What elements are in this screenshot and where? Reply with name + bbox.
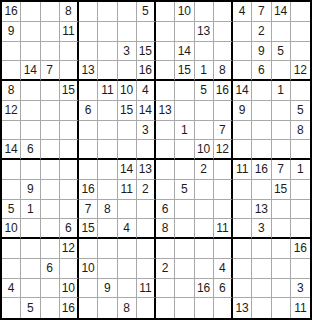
sudoku-cell-given[interactable]: 5 (291, 101, 310, 121)
sudoku-cell-empty[interactable] (21, 259, 40, 279)
sudoku-cell-empty[interactable] (233, 219, 252, 239)
sudoku-cell-given[interactable]: 1 (195, 61, 214, 81)
sudoku-cell-given[interactable]: 2 (137, 180, 156, 200)
sudoku-cell-empty[interactable] (233, 140, 252, 160)
sudoku-cell-given[interactable]: 3 (137, 121, 156, 141)
sudoku-cell-given[interactable]: 16 (137, 61, 156, 81)
sudoku-cell-empty[interactable] (98, 219, 117, 239)
sudoku-cell-empty[interactable] (272, 279, 291, 299)
sudoku-cell-given[interactable]: 14 (118, 160, 137, 180)
sudoku-cell-empty[interactable] (156, 180, 175, 200)
sudoku-cell-empty[interactable] (137, 200, 156, 220)
sudoku-cell-empty[interactable] (21, 42, 40, 62)
sudoku-cell-empty[interactable] (156, 140, 175, 160)
sudoku-cell-empty[interactable] (118, 259, 137, 279)
sudoku-cell-empty[interactable] (195, 298, 214, 318)
sudoku-cell-given[interactable]: 4 (233, 2, 252, 22)
sudoku-cell-given[interactable]: 16 (195, 279, 214, 299)
sudoku-cell-empty[interactable] (252, 121, 271, 141)
sudoku-cell-empty[interactable] (79, 239, 98, 259)
sudoku-cell-empty[interactable] (98, 140, 117, 160)
sudoku-cell-empty[interactable] (41, 239, 60, 259)
sudoku-cell-empty[interactable] (175, 219, 194, 239)
sudoku-cell-given[interactable]: 9 (98, 279, 117, 299)
sudoku-cell-empty[interactable] (118, 200, 137, 220)
sudoku-cell-empty[interactable] (214, 101, 233, 121)
sudoku-cell-empty[interactable] (98, 61, 117, 81)
sudoku-cell-given[interactable]: 6 (21, 140, 40, 160)
sudoku-cell-empty[interactable] (21, 121, 40, 141)
sudoku-cell-empty[interactable] (60, 180, 79, 200)
sudoku-cell-empty[interactable] (98, 298, 117, 318)
sudoku-cell-given[interactable]: 3 (118, 42, 137, 62)
sudoku-cell-empty[interactable] (195, 259, 214, 279)
sudoku-cell-empty[interactable] (79, 140, 98, 160)
sudoku-cell-given[interactable]: 6 (252, 61, 271, 81)
sudoku-cell-given[interactable]: 8 (156, 219, 175, 239)
sudoku-cell-empty[interactable] (214, 22, 233, 42)
sudoku-cell-given[interactable]: 11 (118, 180, 137, 200)
sudoku-cell-empty[interactable] (214, 298, 233, 318)
sudoku-cell-given[interactable]: 16 (252, 160, 271, 180)
sudoku-cell-given[interactable]: 8 (2, 81, 21, 101)
sudoku-cell-empty[interactable] (195, 121, 214, 141)
sudoku-cell-given[interactable]: 9 (2, 22, 21, 42)
sudoku-cell-given[interactable]: 10 (2, 219, 21, 239)
sudoku-cell-empty[interactable] (195, 219, 214, 239)
sudoku-cell-given[interactable]: 11 (98, 81, 117, 101)
sudoku-cell-empty[interactable] (252, 279, 271, 299)
sudoku-cell-empty[interactable] (175, 22, 194, 42)
sudoku-cell-empty[interactable] (252, 81, 271, 101)
sudoku-cell-given[interactable]: 16 (79, 180, 98, 200)
sudoku-cell-given[interactable]: 8 (118, 298, 137, 318)
sudoku-cell-empty[interactable] (291, 22, 310, 42)
sudoku-cell-empty[interactable] (175, 81, 194, 101)
sudoku-cell-given[interactable]: 10 (60, 279, 79, 299)
sudoku-cell-empty[interactable] (156, 22, 175, 42)
sudoku-cell-given[interactable]: 12 (291, 61, 310, 81)
sudoku-cell-empty[interactable] (291, 42, 310, 62)
sudoku-cell-empty[interactable] (252, 140, 271, 160)
sudoku-cell-empty[interactable] (291, 259, 310, 279)
sudoku-cell-empty[interactable] (60, 42, 79, 62)
sudoku-cell-given[interactable]: 11 (137, 279, 156, 299)
sudoku-cell-empty[interactable] (252, 101, 271, 121)
sudoku-cell-empty[interactable] (98, 101, 117, 121)
sudoku-cell-empty[interactable] (272, 239, 291, 259)
sudoku-cell-empty[interactable] (272, 140, 291, 160)
sudoku-cell-empty[interactable] (60, 121, 79, 141)
sudoku-cell-empty[interactable] (79, 22, 98, 42)
sudoku-cell-empty[interactable] (2, 259, 21, 279)
sudoku-cell-given[interactable]: 4 (137, 81, 156, 101)
sudoku-cell-empty[interactable] (137, 298, 156, 318)
sudoku-cell-empty[interactable] (21, 219, 40, 239)
sudoku-cell-empty[interactable] (79, 298, 98, 318)
sudoku-cell-given[interactable]: 2 (156, 259, 175, 279)
sudoku-cell-empty[interactable] (233, 42, 252, 62)
sudoku-cell-empty[interactable] (21, 160, 40, 180)
sudoku-cell-empty[interactable] (156, 298, 175, 318)
sudoku-cell-empty[interactable] (175, 279, 194, 299)
sudoku-cell-given[interactable]: 5 (2, 200, 21, 220)
sudoku-cell-empty[interactable] (98, 121, 117, 141)
sudoku-cell-given[interactable]: 8 (291, 121, 310, 141)
sudoku-cell-given[interactable]: 13 (137, 160, 156, 180)
sudoku-cell-empty[interactable] (214, 42, 233, 62)
sudoku-cell-empty[interactable] (118, 2, 137, 22)
sudoku-cell-given[interactable]: 14 (21, 61, 40, 81)
sudoku-cell-given[interactable]: 4 (2, 279, 21, 299)
sudoku-cell-given[interactable]: 11 (60, 22, 79, 42)
sudoku-cell-empty[interactable] (41, 42, 60, 62)
sudoku-cell-empty[interactable] (2, 298, 21, 318)
sudoku-cell-given[interactable]: 13 (79, 61, 98, 81)
sudoku-cell-empty[interactable] (175, 239, 194, 259)
sudoku-cell-empty[interactable] (233, 22, 252, 42)
sudoku-cell-empty[interactable] (272, 101, 291, 121)
sudoku-cell-given[interactable]: 1 (21, 200, 40, 220)
sudoku-cell-empty[interactable] (118, 22, 137, 42)
sudoku-cell-empty[interactable] (21, 2, 40, 22)
sudoku-cell-given[interactable]: 4 (214, 259, 233, 279)
sudoku-cell-given[interactable]: 15 (137, 42, 156, 62)
sudoku-cell-given[interactable]: 1 (272, 81, 291, 101)
sudoku-cell-empty[interactable] (41, 2, 60, 22)
sudoku-cell-empty[interactable] (233, 121, 252, 141)
sudoku-cell-empty[interactable] (137, 259, 156, 279)
sudoku-cell-given[interactable]: 14 (2, 140, 21, 160)
sudoku-cell-empty[interactable] (118, 239, 137, 259)
sudoku-cell-empty[interactable] (41, 200, 60, 220)
sudoku-cell-empty[interactable] (137, 219, 156, 239)
sudoku-cell-empty[interactable] (21, 239, 40, 259)
sudoku-cell-empty[interactable] (98, 239, 117, 259)
sudoku-cell-given[interactable]: 9 (21, 180, 40, 200)
sudoku-cell-given[interactable]: 3 (252, 219, 271, 239)
sudoku-cell-empty[interactable] (195, 200, 214, 220)
sudoku-cell-empty[interactable] (41, 121, 60, 141)
sudoku-cell-given[interactable]: 7 (252, 2, 271, 22)
sudoku-cell-empty[interactable] (272, 298, 291, 318)
sudoku-cell-empty[interactable] (60, 259, 79, 279)
sudoku-cell-given[interactable]: 14 (175, 42, 194, 62)
sudoku-cell-given[interactable]: 6 (79, 101, 98, 121)
sudoku-cell-empty[interactable] (175, 298, 194, 318)
sudoku-cell-empty[interactable] (233, 259, 252, 279)
sudoku-cell-empty[interactable] (98, 2, 117, 22)
sudoku-cell-given[interactable]: 11 (291, 298, 310, 318)
sudoku-cell-empty[interactable] (21, 22, 40, 42)
sudoku-cell-given[interactable]: 5 (195, 81, 214, 101)
sudoku-cell-empty[interactable] (41, 298, 60, 318)
sudoku-cell-given[interactable]: 2 (252, 22, 271, 42)
sudoku-cell-empty[interactable] (252, 180, 271, 200)
sudoku-cell-empty[interactable] (291, 81, 310, 101)
sudoku-cell-empty[interactable] (156, 2, 175, 22)
sudoku-cell-empty[interactable] (41, 160, 60, 180)
sudoku-cell-given[interactable]: 15 (60, 81, 79, 101)
sudoku-cell-empty[interactable] (41, 22, 60, 42)
sudoku-cell-empty[interactable] (291, 140, 310, 160)
sudoku-cell-empty[interactable] (195, 180, 214, 200)
sudoku-cell-empty[interactable] (79, 121, 98, 141)
sudoku-cell-empty[interactable] (214, 200, 233, 220)
sudoku-cell-empty[interactable] (214, 239, 233, 259)
sudoku-cell-given[interactable]: 12 (60, 239, 79, 259)
sudoku-cell-empty[interactable] (41, 101, 60, 121)
sudoku-cell-empty[interactable] (233, 279, 252, 299)
sudoku-cell-given[interactable]: 15 (79, 219, 98, 239)
sudoku-cell-empty[interactable] (118, 121, 137, 141)
sudoku-cell-empty[interactable] (175, 140, 194, 160)
sudoku-cell-given[interactable]: 4 (118, 219, 137, 239)
sudoku-cell-empty[interactable] (137, 239, 156, 259)
sudoku-cell-empty[interactable] (2, 180, 21, 200)
sudoku-cell-given[interactable]: 15 (118, 101, 137, 121)
sudoku-cell-empty[interactable] (98, 22, 117, 42)
sudoku-cell-empty[interactable] (214, 180, 233, 200)
sudoku-cell-empty[interactable] (60, 160, 79, 180)
sudoku-cell-empty[interactable] (118, 61, 137, 81)
sudoku-cell-empty[interactable] (98, 160, 117, 180)
sudoku-cell-given[interactable]: 6 (214, 279, 233, 299)
sudoku-cell-given[interactable]: 5 (137, 2, 156, 22)
sudoku-cell-empty[interactable] (156, 42, 175, 62)
sudoku-cell-empty[interactable] (41, 219, 60, 239)
sudoku-cell-empty[interactable] (41, 180, 60, 200)
sudoku-cell-empty[interactable] (233, 239, 252, 259)
sudoku-cell-empty[interactable] (156, 121, 175, 141)
sudoku-cell-empty[interactable] (60, 101, 79, 121)
sudoku-cell-empty[interactable] (60, 140, 79, 160)
sudoku-cell-empty[interactable] (79, 81, 98, 101)
sudoku-cell-empty[interactable] (175, 200, 194, 220)
sudoku-cell-empty[interactable] (291, 219, 310, 239)
sudoku-cell-empty[interactable] (272, 22, 291, 42)
sudoku-cell-empty[interactable] (175, 259, 194, 279)
sudoku-cell-empty[interactable] (252, 259, 271, 279)
sudoku-cell-empty[interactable] (156, 239, 175, 259)
sudoku-cell-empty[interactable] (156, 160, 175, 180)
sudoku-cell-empty[interactable] (21, 101, 40, 121)
sudoku-cell-given[interactable]: 13 (252, 200, 271, 220)
sudoku-cell-given[interactable]: 5 (175, 180, 194, 200)
sudoku-cell-empty[interactable] (252, 298, 271, 318)
sudoku-cell-empty[interactable] (79, 2, 98, 22)
sudoku-cell-empty[interactable] (21, 279, 40, 299)
sudoku-cell-given[interactable]: 7 (272, 160, 291, 180)
sudoku-cell-empty[interactable] (252, 239, 271, 259)
sudoku-cell-given[interactable]: 5 (21, 298, 40, 318)
sudoku-cell-empty[interactable] (195, 42, 214, 62)
sudoku-cell-given[interactable]: 7 (214, 121, 233, 141)
sudoku-cell-given[interactable]: 10 (118, 81, 137, 101)
sudoku-cell-empty[interactable] (291, 200, 310, 220)
sudoku-cell-empty[interactable] (175, 101, 194, 121)
sudoku-cell-empty[interactable] (156, 81, 175, 101)
sudoku-cell-given[interactable]: 10 (79, 259, 98, 279)
sudoku-cell-given[interactable]: 13 (195, 22, 214, 42)
sudoku-cell-empty[interactable] (195, 101, 214, 121)
sudoku-cell-given[interactable]: 16 (60, 298, 79, 318)
sudoku-cell-empty[interactable] (41, 140, 60, 160)
sudoku-cell-empty[interactable] (79, 42, 98, 62)
sudoku-cell-empty[interactable] (60, 61, 79, 81)
sudoku-cell-given[interactable]: 7 (41, 61, 60, 81)
sudoku-cell-given[interactable]: 16 (291, 239, 310, 259)
sudoku-cell-empty[interactable] (2, 42, 21, 62)
sudoku-cell-empty[interactable] (272, 259, 291, 279)
sudoku-cell-given[interactable]: 1 (175, 121, 194, 141)
sudoku-cell-empty[interactable] (118, 140, 137, 160)
sudoku-cell-empty[interactable] (233, 200, 252, 220)
sudoku-page: 1685104714911132315149514713161518612815… (0, 0, 312, 320)
sudoku-cell-given[interactable]: 13 (156, 101, 175, 121)
sudoku-cell-empty[interactable] (214, 2, 233, 22)
sudoku-cell-empty[interactable] (156, 279, 175, 299)
sudoku-cell-empty[interactable] (195, 239, 214, 259)
sudoku-cell-empty[interactable] (272, 61, 291, 81)
sudoku-board: 1685104714911132315149514713161518612815… (0, 0, 312, 320)
sudoku-cell-empty[interactable] (41, 81, 60, 101)
sudoku-cell-empty[interactable] (214, 160, 233, 180)
sudoku-cell-empty[interactable] (233, 180, 252, 200)
sudoku-cell-given[interactable]: 6 (41, 259, 60, 279)
sudoku-cell-given[interactable]: 2 (195, 160, 214, 180)
sudoku-cell-given[interactable]: 12 (2, 101, 21, 121)
sudoku-cell-empty[interactable] (156, 61, 175, 81)
sudoku-cell-empty[interactable] (21, 81, 40, 101)
sudoku-cell-empty[interactable] (79, 279, 98, 299)
sudoku-cell-given[interactable]: 6 (60, 219, 79, 239)
sudoku-cell-empty[interactable] (98, 180, 117, 200)
sudoku-cell-empty[interactable] (272, 219, 291, 239)
sudoku-cell-given[interactable]: 14 (272, 2, 291, 22)
sudoku-cell-empty[interactable] (2, 61, 21, 81)
sudoku-cell-given[interactable]: 10 (195, 140, 214, 160)
sudoku-cell-given[interactable]: 15 (272, 180, 291, 200)
sudoku-cell-given[interactable]: 13 (233, 298, 252, 318)
sudoku-cell-given[interactable]: 7 (79, 200, 98, 220)
sudoku-cell-empty[interactable] (291, 2, 310, 22)
sudoku-cell-given[interactable]: 15 (175, 61, 194, 81)
sudoku-cell-given[interactable]: 8 (60, 2, 79, 22)
sudoku-cell-empty[interactable] (79, 160, 98, 180)
sudoku-cell-given[interactable]: 5 (272, 42, 291, 62)
sudoku-cell-empty[interactable] (195, 2, 214, 22)
sudoku-cell-empty[interactable] (291, 180, 310, 200)
sudoku-cell-given[interactable]: 16 (2, 2, 21, 22)
sudoku-cell-given[interactable]: 9 (233, 101, 252, 121)
sudoku-cell-empty[interactable] (272, 121, 291, 141)
sudoku-cell-given[interactable]: 14 (233, 81, 252, 101)
sudoku-cell-empty[interactable] (233, 61, 252, 81)
sudoku-cell-empty[interactable] (272, 200, 291, 220)
sudoku-cell-given[interactable]: 11 (214, 219, 233, 239)
sudoku-cell-given[interactable]: 8 (98, 200, 117, 220)
sudoku-cell-empty[interactable] (41, 279, 60, 299)
sudoku-cell-given[interactable]: 8 (214, 61, 233, 81)
sudoku-cell-empty[interactable] (118, 279, 137, 299)
sudoku-cell-given[interactable]: 14 (137, 101, 156, 121)
sudoku-cell-empty[interactable] (137, 22, 156, 42)
sudoku-cell-empty[interactable] (2, 239, 21, 259)
sudoku-cell-given[interactable]: 12 (214, 140, 233, 160)
sudoku-cell-given[interactable]: 3 (291, 279, 310, 299)
sudoku-cell-empty[interactable] (2, 121, 21, 141)
sudoku-cell-given[interactable]: 11 (233, 160, 252, 180)
sudoku-cell-given[interactable]: 10 (175, 2, 194, 22)
sudoku-cell-given[interactable]: 6 (156, 200, 175, 220)
sudoku-cell-given[interactable]: 1 (291, 160, 310, 180)
sudoku-cell-empty[interactable] (2, 160, 21, 180)
sudoku-cell-empty[interactable] (98, 42, 117, 62)
sudoku-cell-empty[interactable] (98, 259, 117, 279)
sudoku-cell-empty[interactable] (60, 200, 79, 220)
sudoku-cell-empty[interactable] (137, 140, 156, 160)
sudoku-cell-given[interactable]: 9 (252, 42, 271, 62)
sudoku-cell-empty[interactable] (175, 160, 194, 180)
sudoku-cell-given[interactable]: 16 (214, 81, 233, 101)
